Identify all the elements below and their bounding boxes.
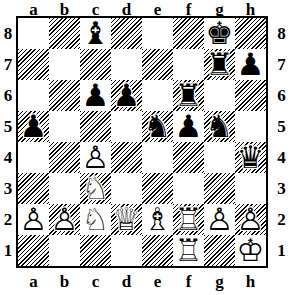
piece-fill: ♟ bbox=[18, 204, 49, 235]
piece-black-bishop: ♝♝ bbox=[80, 18, 111, 49]
square-d1[interactable] bbox=[111, 235, 142, 266]
piece-glyph: ♔ bbox=[235, 235, 266, 266]
square-e4[interactable] bbox=[142, 142, 173, 173]
piece-fill: ♟ bbox=[80, 142, 111, 173]
square-g2[interactable]: ♟♙ bbox=[204, 204, 235, 235]
square-c6[interactable]: ♟♟ bbox=[80, 80, 111, 111]
piece-glyph: ♘ bbox=[80, 173, 111, 204]
rank-label-4: 4 bbox=[277, 148, 286, 168]
piece-fill: ♞ bbox=[80, 173, 111, 204]
square-h4[interactable]: ♛♛ bbox=[235, 142, 266, 173]
corner-top-right bbox=[268, 0, 295, 16]
square-a3[interactable] bbox=[18, 173, 49, 204]
file-label-e: e bbox=[154, 272, 162, 292]
square-a8[interactable] bbox=[18, 18, 49, 49]
piece-fill: ♝ bbox=[80, 18, 111, 49]
piece-glyph: ♘ bbox=[80, 204, 111, 235]
piece-white-pawn: ♟♙ bbox=[235, 204, 266, 235]
square-e5[interactable]: ♞♞ bbox=[142, 111, 173, 142]
square-g8[interactable]: ♚♚ bbox=[204, 18, 235, 49]
piece-glyph: ♖ bbox=[173, 204, 204, 235]
square-e1[interactable] bbox=[142, 235, 173, 266]
square-b7[interactable] bbox=[49, 49, 80, 80]
rank-label-5: 5 bbox=[4, 117, 13, 137]
rank-label-2: 2 bbox=[277, 210, 286, 230]
piece-black-queen: ♛♛ bbox=[235, 142, 266, 173]
chess-diagram-page: abcdefgh 87654321 ♝♝♚♚♜♜♟♟♟♟♟♟♜♜♟♟♞♞♟♟♞♞… bbox=[0, 0, 295, 295]
piece-black-knight: ♞♞ bbox=[142, 111, 173, 142]
piece-white-pawn: ♟♙ bbox=[49, 204, 80, 235]
piece-fill: ♞ bbox=[80, 204, 111, 235]
rank-label-3: 3 bbox=[277, 179, 286, 199]
rank-label-8: 8 bbox=[4, 24, 13, 44]
square-b6[interactable] bbox=[49, 80, 80, 111]
piece-fill: ♟ bbox=[173, 111, 204, 142]
square-b1[interactable] bbox=[49, 235, 80, 266]
piece-white-knight: ♞♘ bbox=[80, 173, 111, 204]
rank-label-6: 6 bbox=[277, 86, 286, 106]
piece-white-pawn: ♟♙ bbox=[204, 204, 235, 235]
square-g4[interactable] bbox=[204, 142, 235, 173]
piece-white-rook: ♜♖ bbox=[173, 235, 204, 266]
square-h8[interactable] bbox=[235, 18, 266, 49]
square-b4[interactable] bbox=[49, 142, 80, 173]
square-e2[interactable]: ♝♗ bbox=[142, 204, 173, 235]
square-f8[interactable] bbox=[173, 18, 204, 49]
piece-glyph: ♖ bbox=[173, 235, 204, 266]
piece-glyph: ♞ bbox=[204, 111, 235, 142]
piece-black-rook: ♜♜ bbox=[173, 80, 204, 111]
piece-white-knight: ♞♘ bbox=[80, 204, 111, 235]
piece-fill: ♞ bbox=[142, 111, 173, 142]
rank-label-1: 1 bbox=[4, 241, 13, 261]
piece-glyph: ♙ bbox=[18, 204, 49, 235]
square-e8[interactable] bbox=[142, 18, 173, 49]
file-label-b: b bbox=[60, 272, 69, 292]
rank-label-3: 3 bbox=[4, 179, 13, 199]
corner-bottom-left bbox=[0, 268, 16, 295]
piece-fill: ♟ bbox=[235, 204, 266, 235]
piece-fill: ♝ bbox=[142, 204, 173, 235]
square-f4[interactable] bbox=[173, 142, 204, 173]
piece-glyph: ♚ bbox=[204, 18, 235, 49]
square-b3[interactable] bbox=[49, 173, 80, 204]
piece-glyph: ♗ bbox=[142, 204, 173, 235]
square-e3[interactable] bbox=[142, 173, 173, 204]
piece-glyph: ♙ bbox=[49, 204, 80, 235]
square-d7[interactable] bbox=[111, 49, 142, 80]
square-b5[interactable] bbox=[49, 111, 80, 142]
square-d8[interactable] bbox=[111, 18, 142, 49]
file-label-c: c bbox=[92, 272, 100, 292]
square-g5[interactable]: ♞♞ bbox=[204, 111, 235, 142]
piece-fill: ♟ bbox=[235, 49, 266, 80]
piece-white-king: ♚♔ bbox=[235, 235, 266, 266]
piece-glyph: ♜ bbox=[204, 49, 235, 80]
rank-label-7: 7 bbox=[277, 55, 286, 75]
piece-fill: ♟ bbox=[49, 204, 80, 235]
square-f5[interactable]: ♟♟ bbox=[173, 111, 204, 142]
rank-label-5: 5 bbox=[277, 117, 286, 137]
piece-fill: ♟ bbox=[204, 204, 235, 235]
file-label-f: f bbox=[186, 272, 192, 292]
square-f7[interactable] bbox=[173, 49, 204, 80]
piece-black-knight: ♞♞ bbox=[204, 111, 235, 142]
piece-fill: ♜ bbox=[173, 80, 204, 111]
piece-fill: ♜ bbox=[173, 204, 204, 235]
piece-fill: ♚ bbox=[204, 18, 235, 49]
square-f3[interactable] bbox=[173, 173, 204, 204]
piece-black-pawn: ♟♟ bbox=[80, 80, 111, 111]
square-a4[interactable] bbox=[18, 142, 49, 173]
square-b2[interactable]: ♟♙ bbox=[49, 204, 80, 235]
piece-glyph: ♝ bbox=[80, 18, 111, 49]
square-c2[interactable]: ♞♘ bbox=[80, 204, 111, 235]
piece-black-rook: ♜♜ bbox=[204, 49, 235, 80]
piece-glyph: ♟ bbox=[18, 111, 49, 142]
square-d2[interactable]: ♛♕ bbox=[111, 204, 142, 235]
piece-white-rook: ♜♖ bbox=[173, 204, 204, 235]
square-f2[interactable]: ♜♖ bbox=[173, 204, 204, 235]
rank-label-6: 6 bbox=[4, 86, 13, 106]
chess-board: ♝♝♚♚♜♜♟♟♟♟♟♟♜♜♟♟♞♞♟♟♞♞♟♙♛♛♞♘♟♙♟♙♞♘♛♕♝♗♜♖… bbox=[16, 16, 268, 268]
piece-fill: ♛ bbox=[111, 204, 142, 235]
square-e6[interactable] bbox=[142, 80, 173, 111]
square-d5[interactable] bbox=[111, 111, 142, 142]
piece-glyph: ♕ bbox=[111, 204, 142, 235]
piece-black-pawn: ♟♟ bbox=[111, 80, 142, 111]
piece-fill: ♟ bbox=[111, 80, 142, 111]
chess-diagram: abcdefgh 87654321 ♝♝♚♚♜♜♟♟♟♟♟♟♜♜♟♟♞♞♟♟♞♞… bbox=[0, 0, 295, 295]
rank-label-2: 2 bbox=[4, 210, 13, 230]
piece-fill: ♜ bbox=[173, 235, 204, 266]
rank-label-7: 7 bbox=[4, 55, 13, 75]
piece-glyph: ♟ bbox=[80, 80, 111, 111]
piece-white-pawn: ♟♙ bbox=[18, 204, 49, 235]
square-c8[interactable]: ♝♝ bbox=[80, 18, 111, 49]
file-label-h: h bbox=[246, 272, 255, 292]
square-h7[interactable]: ♟♟ bbox=[235, 49, 266, 80]
piece-fill: ♟ bbox=[18, 111, 49, 142]
square-d6[interactable]: ♟♟ bbox=[111, 80, 142, 111]
corner-bottom-right bbox=[268, 268, 295, 295]
square-h6[interactable] bbox=[235, 80, 266, 111]
square-h1[interactable]: ♚♔ bbox=[235, 235, 266, 266]
piece-black-pawn: ♟♟ bbox=[173, 111, 204, 142]
file-label-g: g bbox=[215, 272, 224, 292]
piece-white-bishop: ♝♗ bbox=[142, 204, 173, 235]
square-a6[interactable] bbox=[18, 80, 49, 111]
rank-label-4: 4 bbox=[4, 148, 13, 168]
square-h5[interactable] bbox=[235, 111, 266, 142]
corner-top-left bbox=[0, 0, 16, 16]
square-c1[interactable] bbox=[80, 235, 111, 266]
square-e7[interactable] bbox=[142, 49, 173, 80]
square-c7[interactable] bbox=[80, 49, 111, 80]
square-g1[interactable] bbox=[204, 235, 235, 266]
file-labels-top: abcdefgh bbox=[16, 0, 268, 16]
piece-glyph: ♞ bbox=[142, 111, 173, 142]
square-d4[interactable] bbox=[111, 142, 142, 173]
square-a5[interactable]: ♟♟ bbox=[18, 111, 49, 142]
piece-fill: ♞ bbox=[204, 111, 235, 142]
square-c4[interactable]: ♟♙ bbox=[80, 142, 111, 173]
square-a2[interactable]: ♟♙ bbox=[18, 204, 49, 235]
piece-fill: ♜ bbox=[204, 49, 235, 80]
rank-label-8: 8 bbox=[277, 24, 286, 44]
piece-glyph: ♜ bbox=[173, 80, 204, 111]
piece-fill: ♟ bbox=[80, 80, 111, 111]
square-h2[interactable]: ♟♙ bbox=[235, 204, 266, 235]
piece-black-pawn: ♟♟ bbox=[235, 49, 266, 80]
square-d3[interactable] bbox=[111, 173, 142, 204]
file-label-a: a bbox=[29, 272, 38, 292]
square-b8[interactable] bbox=[49, 18, 80, 49]
rank-label-1: 1 bbox=[277, 241, 286, 261]
rank-labels-left: 87654321 bbox=[0, 16, 16, 268]
square-a1[interactable] bbox=[18, 235, 49, 266]
piece-black-pawn: ♟♟ bbox=[18, 111, 49, 142]
square-f1[interactable]: ♜♖ bbox=[173, 235, 204, 266]
piece-white-pawn: ♟♙ bbox=[80, 142, 111, 173]
square-g7[interactable]: ♜♜ bbox=[204, 49, 235, 80]
square-h3[interactable] bbox=[235, 173, 266, 204]
square-f6[interactable]: ♜♜ bbox=[173, 80, 204, 111]
file-labels-bottom: abcdefgh bbox=[16, 268, 268, 295]
piece-glyph: ♙ bbox=[80, 142, 111, 173]
piece-glyph: ♟ bbox=[235, 49, 266, 80]
piece-fill: ♛ bbox=[235, 142, 266, 173]
piece-glyph: ♙ bbox=[204, 204, 235, 235]
piece-glyph: ♟ bbox=[173, 111, 204, 142]
piece-glyph: ♛ bbox=[235, 142, 266, 173]
square-c5[interactable] bbox=[80, 111, 111, 142]
square-g6[interactable] bbox=[204, 80, 235, 111]
piece-white-queen: ♛♕ bbox=[111, 204, 142, 235]
rank-labels-right: 87654321 bbox=[268, 16, 295, 268]
square-g3[interactable] bbox=[204, 173, 235, 204]
square-a7[interactable] bbox=[18, 49, 49, 80]
square-c3[interactable]: ♞♘ bbox=[80, 173, 111, 204]
piece-fill: ♚ bbox=[235, 235, 266, 266]
piece-black-king: ♚♚ bbox=[204, 18, 235, 49]
piece-glyph: ♙ bbox=[235, 204, 266, 235]
file-label-d: d bbox=[122, 272, 131, 292]
piece-glyph: ♟ bbox=[111, 80, 142, 111]
